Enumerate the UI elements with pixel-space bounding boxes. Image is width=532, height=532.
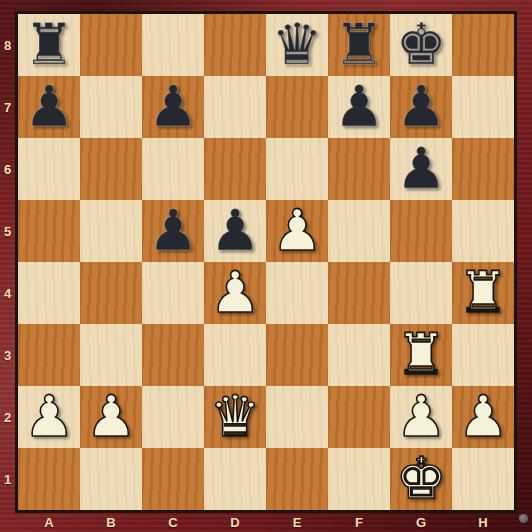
piece-black-pawn[interactable]: ♟ bbox=[333, 75, 384, 137]
square-e5[interactable]: ♟ bbox=[266, 200, 328, 262]
square-d1[interactable] bbox=[204, 448, 266, 510]
square-e6[interactable] bbox=[266, 138, 328, 200]
square-h7[interactable] bbox=[452, 76, 514, 138]
file-label-a: A bbox=[18, 513, 80, 532]
square-b5[interactable] bbox=[80, 200, 142, 262]
square-b7[interactable] bbox=[80, 76, 142, 138]
square-e1[interactable] bbox=[266, 448, 328, 510]
piece-black-queen[interactable]: ♛ bbox=[271, 13, 322, 75]
piece-white-queen[interactable]: ♛ bbox=[209, 385, 260, 447]
square-a1[interactable] bbox=[18, 448, 80, 510]
square-g8[interactable]: ♚ bbox=[390, 14, 452, 76]
piece-white-pawn[interactable]: ♟ bbox=[23, 385, 74, 447]
square-c7[interactable]: ♟ bbox=[142, 76, 204, 138]
file-label-e: E bbox=[266, 513, 328, 532]
rank-label-2: 2 bbox=[0, 386, 15, 448]
square-g3[interactable]: ♜ bbox=[390, 324, 452, 386]
piece-black-pawn[interactable]: ♟ bbox=[395, 137, 446, 199]
square-f5[interactable] bbox=[328, 200, 390, 262]
square-f4[interactable] bbox=[328, 262, 390, 324]
file-label-d: D bbox=[204, 513, 266, 532]
square-g5[interactable] bbox=[390, 200, 452, 262]
square-d7[interactable] bbox=[204, 76, 266, 138]
square-e7[interactable] bbox=[266, 76, 328, 138]
square-c4[interactable] bbox=[142, 262, 204, 324]
square-e4[interactable] bbox=[266, 262, 328, 324]
chess-board: ♜♛♜♚♟♟♟♟♟♟♟♟♟♜♜♟♟♛♟♟♚ bbox=[15, 11, 517, 513]
square-a7[interactable]: ♟ bbox=[18, 76, 80, 138]
piece-white-rook[interactable]: ♜ bbox=[457, 261, 508, 323]
square-h6[interactable] bbox=[452, 138, 514, 200]
square-c2[interactable] bbox=[142, 386, 204, 448]
square-c5[interactable]: ♟ bbox=[142, 200, 204, 262]
square-d2[interactable]: ♛ bbox=[204, 386, 266, 448]
square-h4[interactable]: ♜ bbox=[452, 262, 514, 324]
square-e2[interactable] bbox=[266, 386, 328, 448]
piece-white-pawn[interactable]: ♟ bbox=[271, 199, 322, 261]
square-b6[interactable] bbox=[80, 138, 142, 200]
square-a2[interactable]: ♟ bbox=[18, 386, 80, 448]
square-b2[interactable]: ♟ bbox=[80, 386, 142, 448]
square-b8[interactable] bbox=[80, 14, 142, 76]
piece-white-king[interactable]: ♚ bbox=[395, 447, 446, 509]
square-h1[interactable] bbox=[452, 448, 514, 510]
square-h5[interactable] bbox=[452, 200, 514, 262]
square-g2[interactable]: ♟ bbox=[390, 386, 452, 448]
corner-dot bbox=[519, 514, 528, 523]
square-c1[interactable] bbox=[142, 448, 204, 510]
file-label-h: H bbox=[452, 513, 514, 532]
square-d8[interactable] bbox=[204, 14, 266, 76]
file-label-b: B bbox=[80, 513, 142, 532]
rank-label-1: 1 bbox=[0, 448, 15, 510]
square-f6[interactable] bbox=[328, 138, 390, 200]
square-g4[interactable] bbox=[390, 262, 452, 324]
square-f2[interactable] bbox=[328, 386, 390, 448]
square-b1[interactable] bbox=[80, 448, 142, 510]
square-f1[interactable] bbox=[328, 448, 390, 510]
piece-black-rook[interactable]: ♜ bbox=[23, 13, 74, 75]
square-d5[interactable]: ♟ bbox=[204, 200, 266, 262]
square-a6[interactable] bbox=[18, 138, 80, 200]
square-f7[interactable]: ♟ bbox=[328, 76, 390, 138]
piece-black-rook[interactable]: ♜ bbox=[333, 13, 384, 75]
piece-black-king[interactable]: ♚ bbox=[395, 13, 446, 75]
file-label-g: G bbox=[390, 513, 452, 532]
piece-black-pawn[interactable]: ♟ bbox=[147, 199, 198, 261]
rank-label-4: 4 bbox=[0, 262, 15, 324]
rank-label-7: 7 bbox=[0, 76, 15, 138]
square-f3[interactable] bbox=[328, 324, 390, 386]
piece-white-pawn[interactable]: ♟ bbox=[209, 261, 260, 323]
piece-black-pawn[interactable]: ♟ bbox=[209, 199, 260, 261]
rank-label-3: 3 bbox=[0, 324, 15, 386]
rank-label-6: 6 bbox=[0, 138, 15, 200]
square-e3[interactable] bbox=[266, 324, 328, 386]
square-d6[interactable] bbox=[204, 138, 266, 200]
piece-white-pawn[interactable]: ♟ bbox=[85, 385, 136, 447]
square-h8[interactable] bbox=[452, 14, 514, 76]
square-a5[interactable] bbox=[18, 200, 80, 262]
file-label-f: F bbox=[328, 513, 390, 532]
square-a8[interactable]: ♜ bbox=[18, 14, 80, 76]
rank-label-8: 8 bbox=[0, 14, 15, 76]
square-f8[interactable]: ♜ bbox=[328, 14, 390, 76]
rank-label-5: 5 bbox=[0, 200, 15, 262]
square-c8[interactable] bbox=[142, 14, 204, 76]
piece-black-pawn[interactable]: ♟ bbox=[395, 75, 446, 137]
board-frame: ♜♛♜♚♟♟♟♟♟♟♟♟♟♜♜♟♟♛♟♟♚ 87654321 ABCDEFGH bbox=[0, 0, 532, 532]
piece-white-pawn[interactable]: ♟ bbox=[395, 385, 446, 447]
square-g7[interactable]: ♟ bbox=[390, 76, 452, 138]
square-b4[interactable] bbox=[80, 262, 142, 324]
square-g1[interactable]: ♚ bbox=[390, 448, 452, 510]
piece-black-pawn[interactable]: ♟ bbox=[23, 75, 74, 137]
square-a4[interactable] bbox=[18, 262, 80, 324]
piece-white-rook[interactable]: ♜ bbox=[395, 323, 446, 385]
file-label-c: C bbox=[142, 513, 204, 532]
square-h2[interactable]: ♟ bbox=[452, 386, 514, 448]
square-h3[interactable] bbox=[452, 324, 514, 386]
piece-white-pawn[interactable]: ♟ bbox=[457, 385, 508, 447]
square-d3[interactable] bbox=[204, 324, 266, 386]
piece-black-pawn[interactable]: ♟ bbox=[147, 75, 198, 137]
square-c3[interactable] bbox=[142, 324, 204, 386]
square-d4[interactable]: ♟ bbox=[204, 262, 266, 324]
square-e8[interactable]: ♛ bbox=[266, 14, 328, 76]
square-a3[interactable] bbox=[18, 324, 80, 386]
square-b3[interactable] bbox=[80, 324, 142, 386]
square-g6[interactable]: ♟ bbox=[390, 138, 452, 200]
square-c6[interactable] bbox=[142, 138, 204, 200]
